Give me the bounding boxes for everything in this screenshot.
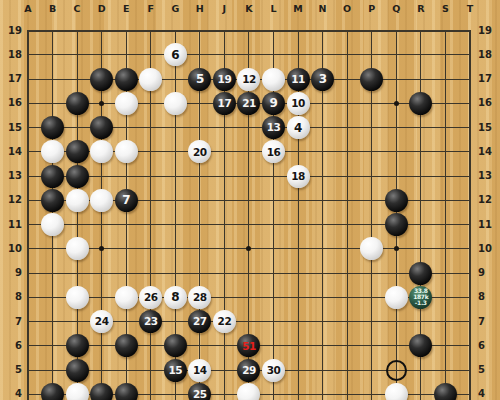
move-number: 17 — [218, 98, 232, 109]
column-label: C — [67, 3, 87, 14]
move-number: 3 — [319, 73, 327, 85]
move-number: 28 — [193, 292, 207, 303]
row-label-right: 14 — [478, 146, 500, 157]
stone-black: 19 — [213, 68, 236, 91]
move-number: 13 — [267, 122, 281, 133]
row-label-left: 16 — [0, 97, 22, 108]
row-label-left: 14 — [0, 146, 22, 157]
row-label-right: 11 — [478, 219, 500, 230]
stone-black: 23 — [139, 310, 162, 333]
stone-white — [237, 383, 260, 400]
column-label: L — [264, 3, 284, 14]
grid-line-horizontal — [27, 176, 471, 177]
stone-black: 25 — [188, 383, 211, 400]
stone-white: 28 — [188, 286, 211, 309]
move-number: 22 — [218, 316, 232, 327]
move-number: 51 — [242, 341, 256, 352]
stone-white — [262, 68, 285, 91]
star-point — [99, 246, 104, 251]
move-number: 27 — [193, 316, 207, 327]
move-number: 15 — [168, 365, 182, 376]
row-label-right: 19 — [478, 25, 500, 36]
move-number: 16 — [267, 147, 281, 158]
stone-white — [90, 189, 113, 212]
column-label: R — [411, 3, 431, 14]
stone-white: 12 — [237, 68, 260, 91]
move-number: 21 — [242, 98, 256, 109]
column-label: G — [165, 3, 185, 14]
column-label: E — [116, 3, 136, 14]
stone-white — [41, 140, 64, 163]
stone-black: 15 — [164, 359, 187, 382]
stone-black — [409, 262, 432, 285]
row-label-left: 15 — [0, 122, 22, 133]
stone-white — [360, 237, 383, 260]
stone-black — [434, 383, 457, 400]
row-label-left: 19 — [0, 25, 22, 36]
column-label: J — [214, 3, 234, 14]
grid-line-horizontal — [27, 30, 471, 32]
move-number: 23 — [144, 316, 158, 327]
stone-black — [41, 165, 64, 188]
move-number: 24 — [95, 316, 109, 327]
stone-black: 3 — [311, 68, 334, 91]
move-number: 25 — [193, 389, 207, 400]
star-point — [394, 246, 399, 251]
stone-black-last-move: 51 — [237, 334, 260, 357]
stone-black — [409, 334, 432, 357]
row-label-right: 7 — [478, 316, 500, 327]
move-number: 18 — [291, 171, 305, 182]
go-board[interactable]: ABCDEFGHJKLMNOPQRST191918181717161615151… — [0, 0, 500, 400]
ai-badge-line: -1.3 — [415, 300, 427, 306]
column-label: F — [141, 3, 161, 14]
stone-white — [66, 286, 89, 309]
stone-black — [115, 383, 138, 400]
stone-black — [115, 68, 138, 91]
row-label-right: 15 — [478, 122, 500, 133]
move-number: 4 — [294, 122, 302, 134]
column-label: N — [313, 3, 333, 14]
column-label: H — [190, 3, 210, 14]
stone-black — [66, 165, 89, 188]
stone-white — [385, 383, 408, 400]
stone-white — [115, 140, 138, 163]
stone-black: 21 — [237, 92, 260, 115]
row-label-right: 9 — [478, 267, 500, 278]
move-number: 10 — [291, 98, 305, 109]
row-label-left: 8 — [0, 291, 22, 302]
grid-line-horizontal — [27, 54, 471, 55]
stone-white: 6 — [164, 43, 187, 66]
row-label-right: 16 — [478, 97, 500, 108]
stone-black — [385, 213, 408, 236]
stone-black: 9 — [262, 92, 285, 115]
stone-black — [90, 68, 113, 91]
stone-white: 14 — [188, 359, 211, 382]
move-number: 6 — [171, 49, 179, 61]
stone-black — [41, 383, 64, 400]
move-number: 5 — [196, 73, 204, 85]
stone-black — [90, 116, 113, 139]
move-number: 14 — [193, 365, 207, 376]
stone-white — [385, 286, 408, 309]
star-point — [394, 101, 399, 106]
stone-black: 17 — [213, 92, 236, 115]
move-number: 9 — [270, 97, 278, 109]
stone-white: 4 — [287, 116, 310, 139]
row-label-left: 7 — [0, 316, 22, 327]
stone-black — [360, 68, 383, 91]
stone-white — [139, 68, 162, 91]
stone-black — [66, 359, 89, 382]
row-label-right: 13 — [478, 170, 500, 181]
row-label-right: 12 — [478, 194, 500, 205]
move-number: 29 — [242, 365, 256, 376]
stone-black: 13 — [262, 116, 285, 139]
move-number: 11 — [291, 74, 305, 85]
column-label: A — [18, 3, 38, 14]
stone-white: 24 — [90, 310, 113, 333]
row-label-left: 18 — [0, 49, 22, 60]
stone-black: 27 — [188, 310, 211, 333]
row-label-right: 17 — [478, 73, 500, 84]
stone-black — [66, 92, 89, 115]
stone-white — [66, 383, 89, 400]
stone-black — [385, 189, 408, 212]
stone-white: 26 — [139, 286, 162, 309]
stone-black — [164, 334, 187, 357]
stone-black — [41, 189, 64, 212]
row-label-left: 6 — [0, 340, 22, 351]
column-label: K — [239, 3, 259, 14]
stone-black: 7 — [115, 189, 138, 212]
move-number: 30 — [267, 365, 281, 376]
stone-black: 11 — [287, 68, 310, 91]
stone-white: 16 — [262, 140, 285, 163]
stone-black — [115, 334, 138, 357]
stone-white: 30 — [262, 359, 285, 382]
stone-white — [90, 140, 113, 163]
row-label-left: 12 — [0, 194, 22, 205]
column-label: T — [460, 3, 480, 14]
row-label-left: 13 — [0, 170, 22, 181]
column-label: O — [337, 3, 357, 14]
stone-white — [41, 213, 64, 236]
move-number: 20 — [193, 147, 207, 158]
stone-black — [66, 140, 89, 163]
column-label: D — [92, 3, 112, 14]
column-label: B — [43, 3, 63, 14]
circle-marker — [386, 360, 407, 381]
move-number: 26 — [144, 292, 158, 303]
row-label-left: 5 — [0, 364, 22, 375]
stone-black: 29 — [237, 359, 260, 382]
column-label: Q — [386, 3, 406, 14]
stone-white: 18 — [287, 165, 310, 188]
stone-white — [66, 189, 89, 212]
column-label: S — [435, 3, 455, 14]
stone-white — [164, 92, 187, 115]
row-label-right: 8 — [478, 291, 500, 302]
row-label-left: 4 — [0, 388, 22, 399]
move-number: 8 — [171, 291, 179, 303]
column-label: M — [288, 3, 308, 14]
row-label-right: 18 — [478, 49, 500, 60]
stone-black — [41, 116, 64, 139]
move-number: 19 — [218, 74, 232, 85]
ai-move-suggestion-badge[interactable]: 33.8187k-1.3 — [409, 286, 432, 309]
stone-white — [115, 286, 138, 309]
row-label-right: 6 — [478, 340, 500, 351]
row-label-left: 9 — [0, 267, 22, 278]
stone-white: 22 — [213, 310, 236, 333]
row-label-left: 10 — [0, 243, 22, 254]
stone-white: 20 — [188, 140, 211, 163]
row-label-left: 11 — [0, 219, 22, 230]
stone-white — [115, 92, 138, 115]
row-label-left: 17 — [0, 73, 22, 84]
star-point — [99, 101, 104, 106]
stone-white: 8 — [164, 286, 187, 309]
move-number: 12 — [242, 74, 256, 85]
move-number: 7 — [122, 194, 130, 206]
star-point — [246, 246, 251, 251]
row-label-right: 10 — [478, 243, 500, 254]
grid-line-horizontal — [27, 273, 471, 274]
stone-white: 10 — [287, 92, 310, 115]
stone-black — [409, 92, 432, 115]
stone-white — [66, 237, 89, 260]
row-label-right: 5 — [478, 364, 500, 375]
stone-black — [66, 334, 89, 357]
stone-black: 5 — [188, 68, 211, 91]
row-label-right: 4 — [478, 388, 500, 399]
column-label: P — [362, 3, 382, 14]
stone-black — [90, 383, 113, 400]
